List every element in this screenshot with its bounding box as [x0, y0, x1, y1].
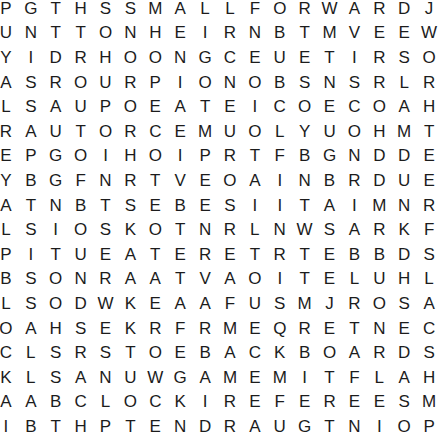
letter-cell[interactable]: O [242, 267, 267, 292]
letter-cell[interactable]: L [93, 390, 118, 415]
letter-cell[interactable]: A [392, 94, 417, 119]
letter-cell[interactable]: C [218, 45, 243, 70]
letter-cell[interactable]: E [168, 340, 193, 365]
letter-cell[interactable]: A [242, 168, 267, 193]
letter-cell[interactable]: R [143, 316, 168, 341]
letter-cell[interactable]: O [367, 94, 392, 119]
letter-cell[interactable]: M [143, 0, 168, 21]
letter-cell[interactable]: S [392, 45, 417, 70]
letter-cell[interactable]: O [118, 390, 143, 415]
letter-cell[interactable]: E [242, 316, 267, 341]
letter-cell[interactable]: G [43, 144, 68, 169]
letter-cell[interactable]: B [0, 267, 18, 292]
letter-cell[interactable]: S [43, 365, 68, 390]
letter-cell[interactable]: F [68, 168, 93, 193]
letter-cell[interactable]: A [143, 267, 168, 292]
letter-cell[interactable]: W [292, 217, 317, 242]
letter-cell[interactable]: T [168, 267, 193, 292]
letter-cell[interactable]: L [392, 70, 417, 95]
letter-cell[interactable]: A [118, 267, 143, 292]
letter-cell[interactable]: M [193, 119, 218, 144]
letter-cell[interactable]: B [292, 340, 317, 365]
letter-cell[interactable]: R [417, 70, 438, 95]
letter-cell[interactable]: Y [0, 45, 18, 70]
letter-cell[interactable]: A [218, 340, 243, 365]
letter-cell[interactable]: S [93, 0, 118, 21]
letter-cell[interactable]: E [317, 267, 342, 292]
letter-cell[interactable]: U [242, 291, 267, 316]
letter-cell[interactable]: D [367, 144, 392, 169]
letter-cell[interactable]: M [417, 390, 438, 415]
letter-cell[interactable]: U [218, 119, 243, 144]
letter-cell[interactable]: F [242, 0, 267, 21]
letter-cell[interactable]: E [342, 390, 367, 415]
letter-cell[interactable]: T [118, 340, 143, 365]
letter-cell[interactable]: V [193, 267, 218, 292]
letter-cell[interactable]: O [43, 267, 68, 292]
letter-cell[interactable]: S [18, 267, 43, 292]
letter-cell[interactable]: E [143, 94, 168, 119]
letter-cell[interactable]: A [43, 94, 68, 119]
letter-cell[interactable]: J [417, 0, 438, 21]
letter-cell[interactable]: B [342, 242, 367, 267]
letter-cell[interactable]: E [417, 144, 438, 169]
letter-cell[interactable]: O [93, 119, 118, 144]
letter-cell[interactable]: U [367, 267, 392, 292]
letter-cell[interactable]: E [242, 45, 267, 70]
letter-cell[interactable]: N [242, 21, 267, 46]
letter-cell[interactable]: U [317, 119, 342, 144]
letter-cell[interactable]: K [392, 217, 417, 242]
letter-cell[interactable]: R [43, 70, 68, 95]
letter-cell[interactable]: M [218, 365, 243, 390]
letter-cell[interactable]: E [143, 291, 168, 316]
letter-cell[interactable]: T [292, 267, 317, 292]
letter-cell[interactable]: F [218, 291, 243, 316]
letter-cell[interactable]: E [292, 45, 317, 70]
letter-cell[interactable]: I [168, 70, 193, 95]
letter-cell[interactable]: E [168, 119, 193, 144]
letter-cell[interactable]: I [242, 193, 267, 218]
letter-cell[interactable]: E [317, 242, 342, 267]
letter-cell[interactable]: A [193, 365, 218, 390]
letter-cell[interactable]: S [417, 340, 438, 365]
letter-cell[interactable]: M [218, 316, 243, 341]
letter-cell[interactable]: L [18, 340, 43, 365]
letter-cell[interactable]: T [143, 168, 168, 193]
letter-cell[interactable]: R [342, 291, 367, 316]
letter-cell[interactable]: T [193, 94, 218, 119]
letter-cell[interactable]: B [168, 193, 193, 218]
letter-cell[interactable]: O [242, 70, 267, 95]
letter-cell[interactable]: S [317, 217, 342, 242]
letter-cell[interactable]: D [367, 168, 392, 193]
letter-cell[interactable]: R [218, 390, 243, 415]
letter-cell[interactable]: T [43, 21, 68, 46]
letter-cell[interactable]: L [0, 94, 18, 119]
letter-cell[interactable]: T [68, 21, 93, 46]
letter-cell[interactable]: L [342, 267, 367, 292]
letter-cell[interactable]: N [392, 193, 417, 218]
letter-cell[interactable]: E [367, 21, 392, 46]
letter-cell[interactable]: T [93, 193, 118, 218]
letter-cell[interactable]: M [367, 193, 392, 218]
letter-cell[interactable]: W [417, 21, 438, 46]
letter-cell[interactable]: S [267, 291, 292, 316]
letter-cell[interactable]: L [18, 365, 43, 390]
letter-cell[interactable]: S [18, 70, 43, 95]
letter-cell[interactable]: C [68, 390, 93, 415]
letter-cell[interactable]: T [43, 414, 68, 436]
letter-cell[interactable]: U [43, 119, 68, 144]
letter-cell[interactable]: O [342, 119, 367, 144]
letter-cell[interactable]: E [143, 193, 168, 218]
letter-cell[interactable]: H [118, 144, 143, 169]
letter-cell[interactable]: H [417, 94, 438, 119]
letter-cell[interactable]: I [242, 94, 267, 119]
letter-cell[interactable]: H [367, 119, 392, 144]
letter-cell[interactable]: T [18, 193, 43, 218]
letter-cell[interactable]: I [93, 144, 118, 169]
letter-cell[interactable]: R [68, 340, 93, 365]
letter-cell[interactable]: E [242, 390, 267, 415]
letter-cell[interactable]: R [193, 242, 218, 267]
letter-cell[interactable]: A [168, 0, 193, 21]
letter-cell[interactable]: O [317, 340, 342, 365]
letter-cell[interactable]: P [0, 242, 18, 267]
letter-cell[interactable]: K [118, 217, 143, 242]
letter-cell[interactable]: E [417, 168, 438, 193]
letter-cell[interactable]: R [342, 168, 367, 193]
letter-cell[interactable]: C [0, 340, 18, 365]
letter-cell[interactable]: N [342, 144, 367, 169]
letter-cell[interactable]: T [118, 414, 143, 436]
letter-cell[interactable]: A [0, 193, 18, 218]
letter-cell[interactable]: R [292, 316, 317, 341]
letter-cell[interactable]: T [68, 119, 93, 144]
letter-cell[interactable]: G [292, 414, 317, 436]
letter-cell[interactable]: S [18, 94, 43, 119]
letter-cell[interactable]: N [93, 168, 118, 193]
letter-cell[interactable]: E [292, 390, 317, 415]
letter-cell[interactable]: L [267, 119, 292, 144]
letter-cell[interactable]: O [267, 0, 292, 21]
letter-cell[interactable]: N [18, 21, 43, 46]
letter-cell[interactable]: T [342, 316, 367, 341]
letter-cell[interactable]: N [317, 70, 342, 95]
letter-cell[interactable]: E [242, 365, 267, 390]
letter-cell[interactable]: W [93, 291, 118, 316]
letter-cell[interactable]: B [193, 340, 218, 365]
letter-cell[interactable]: P [417, 414, 438, 436]
letter-cell[interactable]: Q [267, 316, 292, 341]
letter-cell[interactable]: H [68, 414, 93, 436]
letter-cell[interactable]: U [267, 414, 292, 436]
letter-cell[interactable]: I [267, 168, 292, 193]
letter-cell[interactable]: I [342, 193, 367, 218]
letter-cell[interactable]: G [317, 144, 342, 169]
letter-cell[interactable]: D [43, 45, 68, 70]
letter-cell[interactable]: O [367, 291, 392, 316]
letter-cell[interactable]: O [68, 70, 93, 95]
letter-cell[interactable]: T [143, 242, 168, 267]
letter-cell[interactable]: E [392, 316, 417, 341]
letter-cell[interactable]: C [143, 119, 168, 144]
letter-cell[interactable]: K [267, 340, 292, 365]
letter-cell[interactable]: L [0, 291, 18, 316]
letter-cell[interactable]: O [68, 217, 93, 242]
letter-cell[interactable]: O [193, 70, 218, 95]
letter-cell[interactable]: C [267, 94, 292, 119]
letter-cell[interactable]: S [342, 70, 367, 95]
letter-cell[interactable]: G [193, 45, 218, 70]
letter-cell[interactable]: A [392, 365, 417, 390]
letter-cell[interactable]: I [193, 390, 218, 415]
letter-cell[interactable]: R [93, 267, 118, 292]
letter-cell[interactable]: R [367, 70, 392, 95]
letter-cell[interactable]: P [193, 144, 218, 169]
letter-cell[interactable]: O [0, 316, 18, 341]
letter-cell[interactable]: A [193, 291, 218, 316]
letter-cell[interactable]: O [417, 45, 438, 70]
letter-cell[interactable]: B [292, 144, 317, 169]
letter-cell[interactable]: N [218, 70, 243, 95]
letter-cell[interactable]: R [68, 45, 93, 70]
letter-cell[interactable]: F [267, 144, 292, 169]
letter-cell[interactable]: A [18, 390, 43, 415]
letter-cell[interactable]: I [292, 365, 317, 390]
letter-cell[interactable]: E [317, 94, 342, 119]
letter-cell[interactable]: F [417, 217, 438, 242]
letter-cell[interactable]: N [168, 45, 193, 70]
letter-cell[interactable]: D [392, 242, 417, 267]
letter-cell[interactable]: B [367, 242, 392, 267]
letter-cell[interactable]: C [143, 390, 168, 415]
letter-cell[interactable]: R [292, 0, 317, 21]
letter-cell[interactable]: R [193, 316, 218, 341]
letter-cell[interactable]: A [417, 291, 438, 316]
letter-cell[interactable]: A [68, 365, 93, 390]
letter-cell[interactable]: H [68, 0, 93, 21]
letter-cell[interactable]: E [93, 242, 118, 267]
letter-cell[interactable]: G [168, 365, 193, 390]
letter-cell[interactable]: T [417, 119, 438, 144]
letter-cell[interactable]: T [317, 414, 342, 436]
letter-cell[interactable]: S [43, 340, 68, 365]
letter-cell[interactable]: O [93, 21, 118, 46]
letter-cell[interactable]: E [0, 144, 18, 169]
letter-cell[interactable]: E [168, 21, 193, 46]
letter-cell[interactable]: I [0, 414, 18, 436]
letter-cell[interactable]: T [168, 217, 193, 242]
letter-cell[interactable]: T [292, 193, 317, 218]
letter-cell[interactable]: I [193, 21, 218, 46]
letter-cell[interactable]: A [342, 217, 367, 242]
letter-cell[interactable]: N [93, 365, 118, 390]
letter-cell[interactable]: G [43, 168, 68, 193]
letter-cell[interactable]: I [342, 45, 367, 70]
letter-cell[interactable]: T [242, 242, 267, 267]
letter-cell[interactable]: L [417, 267, 438, 292]
letter-cell[interactable]: V [168, 168, 193, 193]
letter-cell[interactable]: S [93, 340, 118, 365]
letter-cell[interactable]: N [367, 316, 392, 341]
letter-cell[interactable]: I [267, 267, 292, 292]
letter-cell[interactable]: A [168, 291, 193, 316]
letter-cell[interactable]: R [417, 193, 438, 218]
letter-cell[interactable]: O [43, 291, 68, 316]
letter-cell[interactable]: B [267, 21, 292, 46]
letter-cell[interactable]: R [118, 70, 143, 95]
letter-cell[interactable]: O [68, 144, 93, 169]
letter-cell[interactable]: S [118, 193, 143, 218]
letter-cell[interactable]: E [317, 316, 342, 341]
letter-cell[interactable]: R [118, 168, 143, 193]
letter-cell[interactable]: R [118, 119, 143, 144]
letter-cell[interactable]: L [218, 0, 243, 21]
letter-cell[interactable]: R [317, 390, 342, 415]
letter-cell[interactable]: M [267, 365, 292, 390]
letter-cell[interactable]: K [0, 365, 18, 390]
letter-cell[interactable]: D [392, 340, 417, 365]
letter-cell[interactable]: S [18, 217, 43, 242]
letter-cell[interactable]: I [168, 144, 193, 169]
letter-cell[interactable]: E [168, 242, 193, 267]
letter-cell[interactable]: C [342, 94, 367, 119]
letter-cell[interactable]: A [118, 242, 143, 267]
letter-cell[interactable]: T [292, 242, 317, 267]
letter-cell[interactable]: N [118, 21, 143, 46]
letter-cell[interactable]: A [168, 94, 193, 119]
letter-cell[interactable]: O [118, 45, 143, 70]
letter-cell[interactable]: H [43, 316, 68, 341]
letter-cell[interactable]: V [342, 21, 367, 46]
letter-cell[interactable]: O [143, 217, 168, 242]
letter-cell[interactable]: S [218, 193, 243, 218]
letter-cell[interactable]: R [218, 21, 243, 46]
letter-cell[interactable]: P [143, 70, 168, 95]
letter-cell[interactable]: K [168, 390, 193, 415]
letter-cell[interactable]: I [267, 193, 292, 218]
letter-cell[interactable]: I [18, 45, 43, 70]
letter-cell[interactable]: O [118, 94, 143, 119]
letter-cell[interactable]: L [0, 217, 18, 242]
letter-cell[interactable]: O [143, 144, 168, 169]
letter-cell[interactable]: N [342, 414, 367, 436]
letter-cell[interactable]: E [143, 414, 168, 436]
letter-cell[interactable]: L [367, 365, 392, 390]
letter-cell[interactable]: H [417, 365, 438, 390]
letter-cell[interactable]: S [392, 390, 417, 415]
letter-cell[interactable]: G [18, 0, 43, 21]
letter-cell[interactable]: U [392, 168, 417, 193]
letter-cell[interactable]: U [118, 365, 143, 390]
letter-cell[interactable]: R [367, 340, 392, 365]
letter-cell[interactable]: J [317, 291, 342, 316]
letter-cell[interactable]: A [0, 390, 18, 415]
letter-cell[interactable]: W [317, 0, 342, 21]
letter-cell[interactable]: R [367, 0, 392, 21]
letter-cell[interactable]: F [342, 365, 367, 390]
letter-cell[interactable]: R [218, 414, 243, 436]
letter-cell[interactable]: R [367, 217, 392, 242]
letter-cell[interactable]: T [292, 21, 317, 46]
letter-cell[interactable]: R [267, 242, 292, 267]
letter-cell[interactable]: O [292, 94, 317, 119]
letter-cell[interactable]: U [68, 242, 93, 267]
letter-cell[interactable]: P [93, 414, 118, 436]
letter-cell[interactable]: M [392, 119, 417, 144]
letter-cell[interactable]: K [118, 316, 143, 341]
letter-cell[interactable]: I [367, 414, 392, 436]
letter-cell[interactable]: M [317, 21, 342, 46]
letter-cell[interactable]: U [267, 45, 292, 70]
letter-cell[interactable]: U [0, 21, 18, 46]
letter-cell[interactable]: I [43, 217, 68, 242]
letter-cell[interactable]: F [267, 390, 292, 415]
letter-cell[interactable]: S [68, 316, 93, 341]
letter-cell[interactable]: U [68, 94, 93, 119]
letter-cell[interactable]: E [218, 242, 243, 267]
letter-cell[interactable]: B [68, 193, 93, 218]
letter-cell[interactable]: R [218, 217, 243, 242]
letter-cell[interactable]: L [193, 0, 218, 21]
letter-cell[interactable]: F [168, 316, 193, 341]
letter-cell[interactable]: R [367, 45, 392, 70]
letter-cell[interactable]: E [392, 21, 417, 46]
letter-cell[interactable]: O [143, 45, 168, 70]
letter-cell[interactable]: S [292, 70, 317, 95]
letter-cell[interactable]: W [143, 365, 168, 390]
letter-cell[interactable]: Y [292, 119, 317, 144]
letter-cell[interactable]: R [0, 119, 18, 144]
letter-cell[interactable]: H [392, 267, 417, 292]
letter-cell[interactable]: T [317, 365, 342, 390]
letter-cell[interactable]: A [242, 414, 267, 436]
letter-cell[interactable]: T [317, 45, 342, 70]
letter-cell[interactable]: U [93, 70, 118, 95]
letter-cell[interactable]: P [93, 94, 118, 119]
letter-cell[interactable]: C [242, 340, 267, 365]
letter-cell[interactable]: D [68, 291, 93, 316]
letter-cell[interactable]: S [417, 242, 438, 267]
letter-cell[interactable]: B [18, 168, 43, 193]
letter-cell[interactable]: B [317, 168, 342, 193]
letter-cell[interactable]: A [18, 316, 43, 341]
letter-cell[interactable]: S [93, 217, 118, 242]
letter-cell[interactable]: N [193, 217, 218, 242]
letter-cell[interactable]: E [193, 193, 218, 218]
letter-cell[interactable]: B [18, 414, 43, 436]
letter-cell[interactable]: N [43, 193, 68, 218]
letter-cell[interactable]: T [43, 242, 68, 267]
letter-cell[interactable]: O [218, 168, 243, 193]
letter-cell[interactable]: A [342, 340, 367, 365]
letter-cell[interactable]: O [143, 340, 168, 365]
letter-cell[interactable]: E [93, 316, 118, 341]
letter-cell[interactable]: P [0, 0, 18, 21]
letter-cell[interactable]: B [267, 70, 292, 95]
letter-cell[interactable]: T [242, 144, 267, 169]
letter-cell[interactable]: O [392, 414, 417, 436]
letter-cell[interactable]: D [193, 414, 218, 436]
letter-cell[interactable]: S [18, 291, 43, 316]
letter-cell[interactable]: N [267, 217, 292, 242]
letter-cell[interactable]: A [18, 119, 43, 144]
letter-cell[interactable]: N [168, 414, 193, 436]
letter-cell[interactable]: P [18, 144, 43, 169]
letter-cell[interactable]: N [68, 267, 93, 292]
